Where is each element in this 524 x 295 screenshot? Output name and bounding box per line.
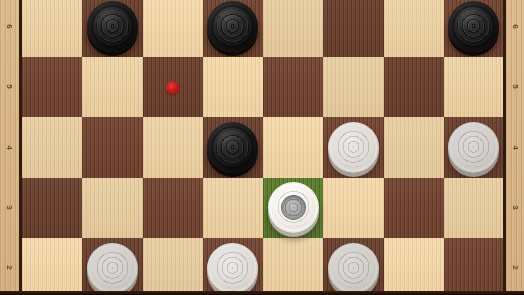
square-g3[interactable] (384, 178, 444, 238)
square-a3[interactable] (22, 178, 82, 238)
row-label-2-left: 2 (5, 258, 14, 277)
square-e4[interactable] (263, 117, 323, 177)
selected-piece-center (281, 195, 306, 220)
black-piece-d4[interactable] (207, 122, 258, 173)
square-b6[interactable] (82, 0, 142, 57)
square-d5[interactable] (203, 57, 263, 117)
square-e5[interactable] (263, 57, 323, 117)
board-frame-left-rail: 6 5 4 3 2 (0, 0, 22, 295)
square-g5[interactable] (384, 57, 444, 117)
square-a5[interactable] (22, 57, 82, 117)
square-h3[interactable] (444, 178, 504, 238)
square-g6[interactable] (384, 0, 444, 57)
row-label-2-right: 2 (511, 259, 520, 277)
white-piece-b2[interactable] (87, 243, 138, 294)
white-piece-d2[interactable] (207, 243, 258, 294)
row-label-6-left: 6 (5, 17, 14, 36)
checkers-board (22, 0, 504, 295)
square-a6[interactable] (22, 0, 82, 57)
row-label-3-right: 3 (511, 199, 520, 217)
checkers-game-screen: 6 5 4 3 2 6 5 4 3 2 (0, 0, 524, 295)
row-label-3-left: 3 (5, 198, 14, 217)
white-piece-h4[interactable] (448, 122, 499, 173)
square-g2[interactable] (384, 238, 444, 295)
square-d2[interactable] (203, 238, 263, 295)
square-b2[interactable] (82, 238, 142, 295)
square-b4[interactable] (82, 117, 142, 177)
square-e3[interactable] (263, 178, 323, 238)
square-h5[interactable] (444, 57, 504, 117)
row-label-5-right: 5 (511, 78, 520, 96)
black-piece-d6[interactable] (207, 1, 258, 52)
square-h2[interactable] (444, 238, 504, 295)
square-d6[interactable] (203, 0, 263, 57)
square-a2[interactable] (22, 238, 82, 295)
square-e6[interactable] (263, 0, 323, 57)
square-c2[interactable] (143, 238, 203, 295)
square-b5[interactable] (82, 57, 142, 117)
row-label-6-right: 6 (511, 18, 520, 36)
square-c4[interactable] (143, 117, 203, 177)
row-label-4-right: 4 (511, 139, 520, 157)
square-h4[interactable] (444, 117, 504, 177)
square-d3[interactable] (203, 178, 263, 238)
square-f6[interactable] (323, 0, 383, 57)
row-label-5-left: 5 (5, 77, 14, 96)
board-frame-right-rail: 6 5 4 3 2 (503, 0, 524, 295)
square-b3[interactable] (82, 178, 142, 238)
board-bottom-edge (0, 291, 524, 295)
square-f2[interactable] (323, 238, 383, 295)
square-a4[interactable] (22, 117, 82, 177)
square-g4[interactable] (384, 117, 444, 177)
black-piece-h6[interactable] (448, 1, 499, 52)
white-piece-f2[interactable] (328, 243, 379, 294)
white-piece-f4[interactable] (328, 122, 379, 173)
square-d4[interactable] (203, 117, 263, 177)
row-label-4-left: 4 (5, 138, 14, 157)
square-f4[interactable] (323, 117, 383, 177)
capture-hint-dot (166, 81, 179, 94)
white-piece-e3-selected[interactable] (268, 182, 319, 233)
square-c5[interactable] (143, 57, 203, 117)
square-f3[interactable] (323, 178, 383, 238)
square-c6[interactable] (143, 0, 203, 57)
square-h6[interactable] (444, 0, 504, 57)
black-piece-b6[interactable] (87, 1, 138, 52)
square-e2[interactable] (263, 238, 323, 295)
square-c3[interactable] (143, 178, 203, 238)
square-f5[interactable] (323, 57, 383, 117)
